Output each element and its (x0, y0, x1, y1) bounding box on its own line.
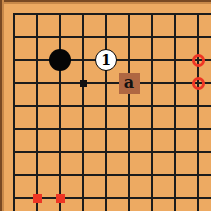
intersection-r6c2 (26, 118, 49, 141)
intersection-r9c1 (3, 187, 26, 210)
intersection-r6c1 (3, 118, 26, 141)
intersection-r5c7 (141, 95, 164, 118)
intersection-r7c7 (141, 141, 164, 164)
intersection-r7c2 (26, 141, 49, 164)
intersection-r6c5 (95, 118, 118, 141)
intersection-r2c5 (95, 26, 118, 49)
label-a-marker: a (119, 73, 140, 94)
red-square-marker (56, 194, 65, 203)
intersection-r5c2 (26, 95, 49, 118)
intersection-r7c1 (3, 141, 26, 164)
intersection-r2c9 (187, 26, 210, 49)
intersection-r4c5 (95, 72, 118, 95)
intersection-r9c5 (95, 187, 118, 210)
intersection-r4c2 (26, 72, 49, 95)
black-square-marker (80, 80, 87, 87)
intersection-r9c6 (118, 187, 141, 210)
intersection-r7c8 (164, 141, 187, 164)
intersection-r6c8 (164, 118, 187, 141)
intersection-r4c4 (72, 72, 95, 95)
intersection-r1c7 (141, 3, 164, 26)
intersection-r8c5 (95, 164, 118, 187)
intersection-r6c6 (118, 118, 141, 141)
intersection-r9c3 (49, 187, 72, 210)
intersection-r7c3 (49, 141, 72, 164)
intersection-r5c4 (72, 95, 95, 118)
intersection-r2c1 (3, 26, 26, 49)
intersection-r8c1 (3, 164, 26, 187)
intersection-r7c4 (72, 141, 95, 164)
intersection-r4c6: a (118, 72, 141, 95)
intersection-r8c6 (118, 164, 141, 187)
intersection-r2c7 (141, 26, 164, 49)
intersection-r2c2 (26, 26, 49, 49)
board-grid: 1a (3, 3, 210, 210)
intersection-r5c8 (164, 95, 187, 118)
intersection-r1c2 (26, 3, 49, 26)
intersection-r3c8 (164, 49, 187, 72)
intersection-r3c6 (118, 49, 141, 72)
intersection-r4c3 (49, 72, 72, 95)
intersection-r3c2 (26, 49, 49, 72)
intersection-r3c9 (187, 49, 210, 72)
intersection-r3c7 (141, 49, 164, 72)
intersection-r4c7 (141, 72, 164, 95)
intersection-r8c2 (26, 164, 49, 187)
intersection-r2c8 (164, 26, 187, 49)
intersection-r2c6 (118, 26, 141, 49)
intersection-r5c6 (118, 95, 141, 118)
red-circle-marker (192, 77, 205, 90)
intersection-r6c7 (141, 118, 164, 141)
red-square-marker (33, 194, 42, 203)
intersection-r5c3 (49, 95, 72, 118)
black-stone (49, 49, 71, 71)
intersection-r8c7 (141, 164, 164, 187)
intersection-r5c9 (187, 95, 210, 118)
intersection-r7c9 (187, 141, 210, 164)
intersection-r9c4 (72, 187, 95, 210)
intersection-r8c3 (49, 164, 72, 187)
intersection-r9c7 (141, 187, 164, 210)
intersection-r9c2 (26, 187, 49, 210)
intersection-r4c1 (3, 72, 26, 95)
intersection-r8c8 (164, 164, 187, 187)
intersection-r5c1 (3, 95, 26, 118)
intersection-r2c4 (72, 26, 95, 49)
red-circle-marker (192, 54, 205, 67)
intersection-r1c6 (118, 3, 141, 26)
intersection-r9c9 (187, 187, 210, 210)
intersection-r1c3 (49, 3, 72, 26)
white-stone-1: 1 (95, 49, 117, 71)
go-board-diagram: 1a (0, 0, 211, 211)
intersection-r4c9 (187, 72, 210, 95)
intersection-r6c4 (72, 118, 95, 141)
intersection-r3c1 (3, 49, 26, 72)
intersection-r1c4 (72, 3, 95, 26)
intersection-r4c8 (164, 72, 187, 95)
intersection-r2c3 (49, 26, 72, 49)
intersection-r8c4 (72, 164, 95, 187)
intersection-r6c9 (187, 118, 210, 141)
intersection-r5c5 (95, 95, 118, 118)
intersection-r6c3 (49, 118, 72, 141)
intersection-r3c4 (72, 49, 95, 72)
intersection-r3c3 (49, 49, 72, 72)
intersection-r9c8 (164, 187, 187, 210)
intersection-r3c5: 1 (95, 49, 118, 72)
intersection-r8c9 (187, 164, 210, 187)
intersection-r1c9 (187, 3, 210, 26)
intersection-r1c5 (95, 3, 118, 26)
intersection-r1c1 (3, 3, 26, 26)
intersection-r7c6 (118, 141, 141, 164)
intersection-r7c5 (95, 141, 118, 164)
intersection-r1c8 (164, 3, 187, 26)
